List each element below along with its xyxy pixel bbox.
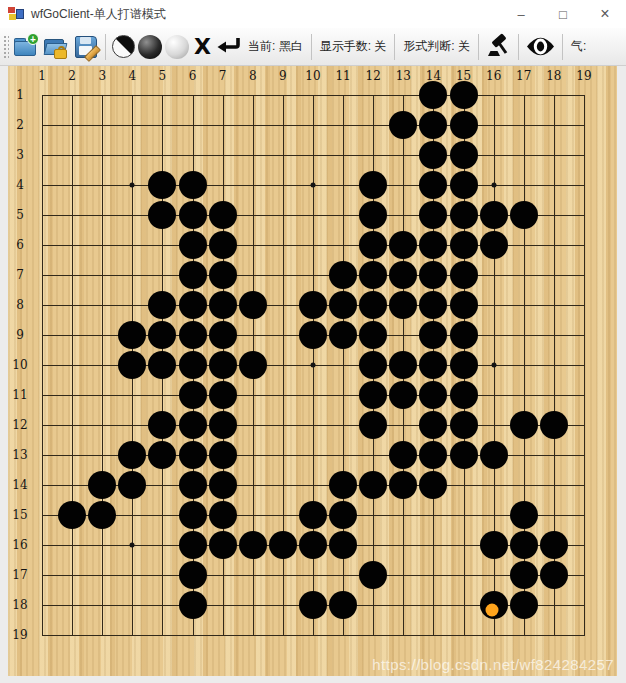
black-stone[interactable] (299, 291, 327, 319)
column-label: 5 (159, 69, 167, 83)
black-stone[interactable] (329, 501, 357, 529)
black-stone[interactable] (179, 591, 207, 619)
black-stone[interactable] (329, 291, 357, 319)
star-point (130, 543, 135, 548)
black-stone[interactable] (359, 291, 387, 319)
black-stone[interactable] (450, 171, 478, 199)
black-stone[interactable] (118, 441, 146, 469)
black-stone[interactable] (419, 291, 447, 319)
row-label: 6 (16, 238, 24, 252)
black-stone[interactable] (148, 411, 176, 439)
column-label: 1 (38, 69, 46, 83)
row-label: 5 (16, 208, 24, 222)
black-stone[interactable] (419, 171, 447, 199)
grid-line-horizontal (42, 575, 585, 576)
black-stone[interactable] (510, 411, 538, 439)
shape-judgement-toggle[interactable]: 形式判断: 关 (403, 38, 470, 55)
black-stone[interactable] (389, 351, 417, 379)
black-stone[interactable] (179, 321, 207, 349)
black-stone[interactable] (540, 531, 568, 559)
black-stone[interactable] (419, 231, 447, 259)
black-stone[interactable] (299, 501, 327, 529)
toolbar-separator (311, 34, 312, 60)
black-stone[interactable] (118, 471, 146, 499)
column-label: 17 (516, 69, 531, 83)
black-stone[interactable] (269, 531, 297, 559)
black-stone[interactable] (359, 321, 387, 349)
black-stone[interactable] (179, 411, 207, 439)
black-stone[interactable] (179, 291, 207, 319)
black-stone[interactable] (148, 321, 176, 349)
black-stone[interactable] (359, 171, 387, 199)
row-label: 19 (12, 628, 27, 642)
black-stone[interactable] (419, 201, 447, 229)
black-stone[interactable] (179, 471, 207, 499)
column-label: 13 (396, 69, 411, 83)
black-stone[interactable] (209, 231, 237, 259)
black-stone[interactable] (419, 441, 447, 469)
maximize-button[interactable]: □ (542, 0, 584, 28)
black-stone[interactable] (419, 321, 447, 349)
black-stone[interactable] (540, 411, 568, 439)
black-stone[interactable] (209, 351, 237, 379)
black-stone[interactable] (329, 531, 357, 559)
black-stone[interactable] (510, 561, 538, 589)
black-stone[interactable] (419, 81, 447, 109)
black-stone[interactable] (179, 501, 207, 529)
black-stone[interactable] (209, 411, 237, 439)
column-label: 7 (219, 69, 227, 83)
black-stone[interactable] (148, 441, 176, 469)
black-stone[interactable] (239, 531, 267, 559)
black-stone[interactable] (359, 201, 387, 229)
black-stone[interactable] (88, 501, 116, 529)
black-stone[interactable] (209, 531, 237, 559)
black-stone[interactable] (450, 351, 478, 379)
black-stone[interactable] (480, 231, 508, 259)
board-area: https://blog.csdn.net/wf824284257 123456… (0, 66, 626, 683)
star-point (491, 363, 496, 368)
star-point (310, 363, 315, 368)
row-label: 16 (12, 538, 27, 552)
gavel-icon (485, 33, 512, 60)
black-stone[interactable] (118, 351, 146, 379)
row-label: 11 (12, 388, 27, 402)
row-label: 10 (12, 358, 27, 372)
row-label: 12 (12, 418, 27, 432)
black-stone[interactable] (359, 561, 387, 589)
current-move-marker (485, 604, 498, 617)
window-title: wfGoClient-单人打谱模式 (31, 6, 166, 23)
column-label: 3 (98, 69, 106, 83)
black-stone[interactable] (450, 141, 478, 169)
black-stone[interactable] (450, 201, 478, 229)
column-label: 4 (129, 69, 137, 83)
black-stone[interactable] (179, 381, 207, 409)
black-stone[interactable] (450, 111, 478, 139)
black-stone[interactable] (209, 381, 237, 409)
black-stone[interactable] (450, 411, 478, 439)
app-window: wfGoClient-单人打谱模式 – □ × + (0, 0, 626, 683)
row-label: 14 (12, 478, 27, 492)
column-label: 12 (366, 69, 381, 83)
black-stone[interactable] (419, 111, 447, 139)
black-stone[interactable] (179, 201, 207, 229)
black-stone[interactable] (179, 231, 207, 259)
judge-button[interactable] (485, 33, 512, 60)
watermark: https://blog.csdn.net/wf824284257 (372, 656, 614, 673)
undo-button[interactable] (216, 33, 243, 60)
black-stone[interactable] (389, 261, 417, 289)
delete-stone-button[interactable]: X (194, 36, 211, 58)
black-stone[interactable] (148, 171, 176, 199)
black-stone[interactable] (179, 561, 207, 589)
black-stone[interactable] (480, 201, 508, 229)
row-label: 18 (12, 598, 27, 612)
grid-line-horizontal (42, 395, 585, 396)
black-stone[interactable] (450, 321, 478, 349)
star-point (130, 183, 135, 188)
black-stone[interactable] (419, 381, 447, 409)
black-stone[interactable] (179, 531, 207, 559)
black-stone[interactable] (510, 591, 538, 619)
black-stone[interactable] (419, 411, 447, 439)
black-stone[interactable] (209, 441, 237, 469)
black-stone[interactable] (148, 201, 176, 229)
black-stone[interactable] (239, 291, 267, 319)
toolbar-separator (105, 34, 106, 60)
black-stone[interactable] (329, 471, 357, 499)
black-stone[interactable] (389, 381, 417, 409)
show-move-numbers-toggle[interactable]: 显示手数: 关 (320, 38, 387, 55)
black-stone[interactable] (299, 591, 327, 619)
white-stone-button[interactable] (165, 35, 189, 59)
close-button[interactable]: × (584, 0, 626, 28)
column-label: 9 (279, 69, 287, 83)
black-stone[interactable] (450, 291, 478, 319)
black-stone[interactable] (209, 471, 237, 499)
title-bar: wfGoClient-单人打谱模式 – □ × (0, 0, 626, 28)
black-stone[interactable] (329, 321, 357, 349)
black-stone[interactable] (58, 501, 86, 529)
black-stone[interactable] (510, 501, 538, 529)
black-stone[interactable] (540, 561, 568, 589)
column-label: 16 (486, 69, 501, 83)
black-stone[interactable] (209, 201, 237, 229)
row-label: 7 (16, 268, 24, 282)
toggle-stone-color-button[interactable] (112, 35, 135, 58)
black-stone[interactable] (510, 201, 538, 229)
black-stone[interactable] (299, 531, 327, 559)
black-stone[interactable] (88, 471, 116, 499)
black-stone[interactable] (480, 441, 508, 469)
toolbar-separator (518, 34, 519, 60)
current-color-label: 当前: 黑白 (248, 38, 303, 55)
column-label: 19 (576, 69, 591, 83)
new-record-button[interactable]: + (12, 33, 39, 60)
star-point (310, 183, 315, 188)
star-point (491, 183, 496, 188)
black-stone[interactable] (209, 261, 237, 289)
column-label: 8 (249, 69, 257, 83)
row-label: 9 (16, 328, 24, 342)
row-label: 15 (12, 508, 27, 522)
liberty-button[interactable] (525, 33, 556, 60)
black-stone[interactable] (148, 351, 176, 379)
liberties-label: 气: (571, 38, 586, 55)
black-stone[interactable] (389, 231, 417, 259)
black-stone[interactable] (450, 381, 478, 409)
black-stone[interactable] (359, 261, 387, 289)
black-stone[interactable] (329, 591, 357, 619)
column-label: 2 (68, 69, 76, 83)
toolbar-separator (562, 34, 563, 60)
black-stone[interactable] (209, 291, 237, 319)
black-stone[interactable] (209, 321, 237, 349)
row-label: 4 (16, 178, 24, 192)
open-record-button[interactable] (42, 33, 69, 60)
grid-line-horizontal (42, 425, 585, 426)
column-label: 10 (305, 69, 320, 83)
window-controls: – □ × (500, 0, 626, 28)
row-label: 3 (16, 148, 24, 162)
black-stone[interactable] (179, 171, 207, 199)
black-stone[interactable] (179, 441, 207, 469)
black-stone[interactable] (209, 501, 237, 529)
black-stone[interactable] (239, 351, 267, 379)
toolbar-grip (3, 35, 9, 59)
row-label: 2 (16, 118, 24, 132)
black-stone[interactable] (389, 111, 417, 139)
undo-arrow-icon (216, 33, 243, 60)
minimize-button[interactable]: – (500, 0, 542, 28)
grid-line-horizontal (42, 635, 585, 636)
column-label: 11 (335, 69, 350, 83)
black-stone[interactable] (359, 351, 387, 379)
eye-zero-icon (525, 33, 556, 60)
app-icon (8, 7, 24, 21)
black-stone[interactable] (299, 321, 327, 349)
black-stone[interactable] (389, 471, 417, 499)
black-stone[interactable] (179, 351, 207, 379)
row-label: 8 (16, 298, 24, 312)
toolbar-separator (478, 34, 479, 60)
black-stone[interactable] (359, 231, 387, 259)
toolbar-separator (394, 34, 395, 60)
grid-line-vertical (584, 95, 585, 636)
black-stone[interactable] (359, 471, 387, 499)
black-stone[interactable] (419, 141, 447, 169)
go-board[interactable]: https://blog.csdn.net/wf824284257 123456… (8, 66, 617, 676)
column-label: 18 (546, 69, 561, 83)
black-stone[interactable] (419, 471, 447, 499)
black-stone[interactable] (359, 381, 387, 409)
row-label: 17 (12, 568, 27, 582)
black-stone[interactable] (450, 81, 478, 109)
save-record-button[interactable] (72, 33, 99, 60)
black-stone[interactable] (148, 291, 176, 319)
black-stone[interactable] (419, 261, 447, 289)
black-stone[interactable] (450, 441, 478, 469)
black-stone[interactable] (359, 411, 387, 439)
toolbar: + X 当前: 黑白 显示 (0, 28, 626, 66)
row-label: 13 (12, 448, 27, 462)
black-stone[interactable] (389, 291, 417, 319)
black-stone[interactable] (450, 261, 478, 289)
black-stone[interactable] (179, 261, 207, 289)
column-label: 6 (189, 69, 197, 83)
black-stone-button[interactable] (138, 35, 162, 59)
black-stone[interactable] (389, 441, 417, 469)
black-stone[interactable] (329, 261, 357, 289)
black-stone[interactable] (480, 531, 508, 559)
black-stone[interactable] (450, 231, 478, 259)
black-stone[interactable] (510, 531, 538, 559)
black-stone[interactable] (419, 351, 447, 379)
black-stone[interactable] (118, 321, 146, 349)
row-label: 1 (16, 88, 24, 102)
